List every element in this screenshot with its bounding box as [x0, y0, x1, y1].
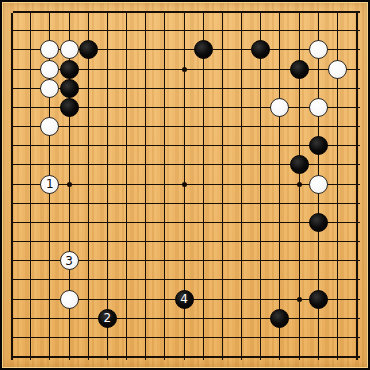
stone-D16-black — [60, 60, 79, 79]
stone-K4-black: 4 — [175, 290, 194, 309]
grid-line-vertical-1 — [11, 13, 13, 360]
grid-line-horizontal-8 — [13, 145, 360, 146]
stone-D14-black — [60, 98, 79, 117]
stone-C17-white — [40, 40, 59, 59]
stone-D15-black — [60, 79, 79, 98]
move-number-label: 4 — [180, 293, 188, 305]
move-number-label: 3 — [65, 255, 73, 267]
grid-line-vertical-12 — [222, 13, 223, 360]
grid-line-vertical-15 — [279, 13, 280, 360]
stone-Q11-black — [290, 155, 309, 174]
star-point — [297, 297, 302, 302]
grid-line-horizontal-2 — [13, 30, 360, 31]
grid-line-vertical-9 — [164, 13, 165, 360]
grid-line-horizontal-17 — [13, 318, 360, 319]
stone-O17-black — [251, 40, 270, 59]
stone-P3-black — [270, 309, 289, 328]
grid-line-vertical-11 — [203, 13, 204, 360]
go-board[interactable]: 1342 — [0, 0, 370, 370]
grid-line-vertical-2 — [30, 13, 31, 360]
star-point — [297, 182, 302, 187]
grid-line-horizontal-1 — [13, 11, 360, 13]
stone-R14-white — [309, 98, 328, 117]
stone-R12-black — [309, 136, 328, 155]
stone-C10-white: 1 — [40, 175, 59, 194]
grid-line-horizontal-7 — [13, 126, 360, 127]
stone-L17-black — [194, 40, 213, 59]
move-number-label: 2 — [104, 312, 112, 324]
star-point — [67, 182, 72, 187]
stone-D6-white: 3 — [60, 251, 79, 270]
grid-line-horizontal-18 — [13, 337, 360, 338]
grid-line-vertical-5 — [88, 13, 89, 360]
grid-line-vertical-6 — [107, 13, 108, 360]
grid-line-horizontal-13 — [13, 241, 360, 242]
stone-E17-black — [79, 40, 98, 59]
star-point — [182, 67, 187, 72]
grid-line-horizontal-15 — [13, 279, 360, 280]
grid-line-horizontal-11 — [13, 203, 360, 204]
stone-R4-black — [309, 290, 328, 309]
stone-S16-white — [328, 60, 347, 79]
grid-line-horizontal-12 — [13, 222, 360, 223]
stone-C15-white — [40, 79, 59, 98]
stone-P14-white — [270, 98, 289, 117]
stone-R17-white — [309, 40, 328, 59]
grid-line-vertical-14 — [260, 13, 261, 360]
grid-line-vertical-13 — [241, 13, 242, 360]
grid-line-vertical-8 — [145, 13, 146, 360]
stone-C13-white — [40, 117, 59, 136]
grid-line-horizontal-19 — [13, 356, 360, 358]
stone-Q16-black — [290, 60, 309, 79]
move-number-label: 1 — [46, 178, 54, 190]
stone-C16-white — [40, 60, 59, 79]
grid-line-vertical-19 — [356, 13, 358, 360]
stone-F3-black: 2 — [98, 309, 117, 328]
stone-D17-white — [60, 40, 79, 59]
star-point — [182, 182, 187, 187]
stone-R8-black — [309, 213, 328, 232]
stone-R10-white — [309, 175, 328, 194]
stone-D4-white — [60, 290, 79, 309]
grid-line-vertical-7 — [126, 13, 127, 360]
